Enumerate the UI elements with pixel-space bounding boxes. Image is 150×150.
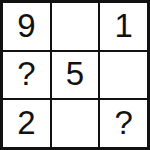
cell-value: 1 (114, 9, 132, 42)
cell-value: 9 (17, 9, 35, 42)
cell-r0c1[interactable] (52, 3, 99, 50)
cell-value: 2 (17, 106, 35, 139)
cell-value: 5 (66, 57, 84, 90)
cell-value: ? (17, 57, 35, 90)
puzzle-grid: 9 1 ? 5 2 ? (0, 0, 150, 150)
cell-r1c2[interactable] (100, 52, 147, 99)
cell-r0c2[interactable]: 1 (100, 3, 147, 50)
cell-r2c2[interactable]: ? (100, 100, 147, 147)
cell-value: ? (114, 106, 132, 139)
cell-r1c1[interactable]: 5 (52, 52, 99, 99)
cell-r2c0[interactable]: 2 (3, 100, 50, 147)
cell-r2c1[interactable] (52, 100, 99, 147)
cell-r1c0[interactable]: ? (3, 52, 50, 99)
cell-r0c0[interactable]: 9 (3, 3, 50, 50)
